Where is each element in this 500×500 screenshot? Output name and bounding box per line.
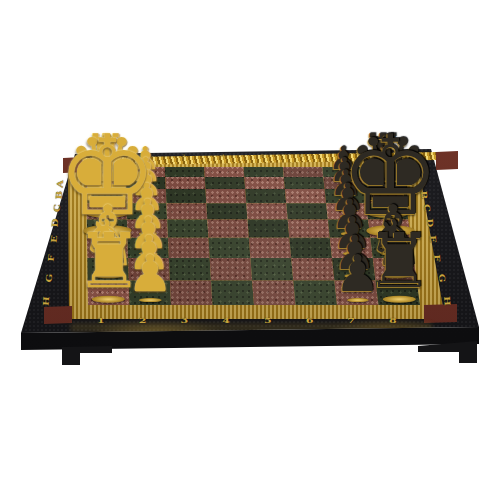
piece-gold-base: [381, 251, 405, 256]
white-rook: ♜: [84, 128, 128, 176]
black-knight-glyph: ♞: [363, 141, 406, 186]
white-pawn-glyph: ♟: [130, 153, 162, 186]
square-h3: [0, 0, 500, 500]
coord-letter-left-C: C: [53, 204, 62, 213]
coordinate-labels: ABCDEFGHABCDEFGH1234567812345678: [0, 0, 500, 500]
white-rook-glyph: ♜: [73, 224, 145, 299]
white-bishop-glyph: ♝: [85, 155, 128, 200]
square-h5: [0, 0, 500, 500]
square-b3: [0, 0, 500, 500]
square-e8: [0, 0, 500, 500]
playfield: [0, 0, 500, 500]
chess-set-photo: ABCDEFGHABCDEFGH1234567812345678 ♜♟♟♜♞♟♟…: [0, 0, 500, 500]
board-foot-right: [0, 0, 500, 500]
square-e2: [0, 0, 500, 500]
coord-letter-right-H: H: [442, 296, 451, 306]
square-e5: [0, 0, 500, 500]
black-rook-glyph: ♜: [360, 128, 404, 174]
square-g3: [0, 0, 500, 500]
black-king: ♚: [338, 121, 443, 236]
square-c1: [0, 0, 500, 500]
black-knight: ♞: [365, 212, 426, 279]
white-bishop: ♝: [81, 198, 134, 256]
board-slab-top: [0, 0, 500, 500]
square-f4: [0, 0, 500, 500]
white-rook-glyph: ♜: [84, 128, 128, 174]
piece-gold-base: [96, 184, 116, 188]
piece-gold-base: [95, 251, 119, 256]
coord-letter-right-F: F: [433, 254, 442, 262]
square-h8: [0, 0, 500, 500]
square-a1: [0, 0, 500, 500]
piece-gold-base: [94, 272, 122, 278]
white-bishop: ♝: [85, 155, 128, 202]
square-c8: [0, 0, 500, 500]
white-bishop-glyph: ♝: [81, 198, 134, 254]
piece-gold-base: [344, 274, 365, 278]
black-bishop: ♝: [366, 198, 419, 256]
square-c4: [0, 0, 500, 500]
square-c2: [0, 0, 500, 500]
coord-letter-right-E: E: [429, 235, 438, 243]
black-pawn: ♟: [329, 153, 361, 188]
coord-number-back-1: 1: [103, 154, 107, 158]
black-pawn: ♟: [330, 178, 366, 217]
piece-gold-base: [139, 173, 153, 176]
piece-gold-base: [92, 295, 125, 302]
white-knight-glyph: ♞: [78, 212, 139, 276]
board-slab-sheen: [0, 0, 500, 500]
piece-gold-base: [338, 198, 353, 201]
white-pawn: ♟: [130, 143, 160, 176]
black-bishop-glyph: ♝: [366, 198, 419, 254]
coord-number-back-5: 5: [260, 154, 264, 158]
piece-gold-base: [343, 252, 362, 256]
square-b6: [0, 0, 500, 500]
corner-block-back-right: [0, 0, 500, 500]
black-queen: ♛: [345, 123, 431, 217]
pieces: ♜♟♟♜♞♟♟♞♝♟♟♝♛♟♟♛♚♟♟♚♝♟♟♝♞♟♟♞♜♟♟♜: [0, 0, 500, 500]
square-c6: [0, 0, 500, 500]
white-king-glyph: ♚: [55, 121, 160, 231]
square-a4: [0, 0, 500, 500]
square-g7: [0, 0, 500, 500]
board-slab-speckle: [0, 0, 500, 500]
square-a3: [0, 0, 500, 500]
square-f5: [0, 0, 500, 500]
white-knight: ♞: [78, 212, 139, 279]
white-rook: ♜: [73, 224, 145, 302]
square-a2: [0, 0, 500, 500]
board-slab-front-face: [0, 0, 500, 500]
coord-letter-right-B: B: [419, 191, 428, 200]
square-d4: [0, 0, 500, 500]
square-f7: [0, 0, 500, 500]
square-d8: [0, 0, 500, 500]
black-pawn: ♟: [333, 250, 381, 303]
square-a7: [0, 0, 500, 500]
piece-gold-base: [139, 185, 154, 188]
coord-number-back-3: 3: [182, 154, 186, 158]
piece-gold-base: [139, 298, 161, 303]
white-pawn: ♟: [128, 211, 170, 256]
coord-letter-right-C: C: [422, 204, 431, 213]
corner-block-front-left: [0, 0, 500, 500]
piece-gold-base: [97, 197, 117, 201]
square-g8: [0, 0, 500, 500]
black-pieces-reflection: [330, 318, 442, 342]
corner-block-back-left: [0, 0, 500, 500]
corner-block-front-right: [0, 0, 500, 500]
square-c3: [0, 0, 500, 500]
square-c7: [0, 0, 500, 500]
white-knight-glyph: ♞: [85, 141, 128, 186]
square-e1: [0, 0, 500, 500]
piece-gold-base: [341, 232, 359, 236]
piece-gold-base: [139, 232, 157, 236]
black-rook: ♜: [360, 128, 404, 176]
gold-band-engraving: [0, 0, 500, 500]
white-pawn: ♟: [129, 178, 165, 217]
square-g6: [0, 0, 500, 500]
coord-number-back-7: 7: [339, 154, 343, 158]
square-g1: [0, 0, 500, 500]
square-g2: [0, 0, 500, 500]
black-queen-glyph: ♛: [345, 123, 431, 214]
black-pawn-glyph: ♟: [331, 211, 373, 255]
black-rook-glyph: ♜: [363, 224, 435, 299]
board-foot-left: [0, 0, 500, 500]
square-f1: [0, 0, 500, 500]
white-pawn-glyph: ♟: [128, 194, 167, 235]
piece-gold-base: [337, 185, 352, 188]
piece-gold-base: [372, 172, 392, 176]
square-b2: [0, 0, 500, 500]
square-a6: [0, 0, 500, 500]
coord-letter-left-E: E: [49, 235, 58, 243]
piece-gold-base: [139, 198, 154, 201]
square-b1: [0, 0, 500, 500]
white-pawn-glyph: ♟: [130, 165, 164, 200]
piece-gold-base: [368, 209, 408, 217]
square-d6: [0, 0, 500, 500]
piece-gold-base: [336, 173, 350, 176]
white-pawn-glyph: ♟: [126, 250, 174, 301]
black-pawn-glyph: ♟: [330, 178, 366, 216]
piece-gold-base: [376, 197, 396, 201]
white-pawn: ♟: [130, 153, 162, 188]
playfield-sheen: [0, 0, 500, 500]
white-pawn-glyph: ♟: [129, 178, 165, 216]
coord-letter-left-G: G: [44, 274, 53, 283]
black-knight-glyph: ♞: [365, 212, 426, 276]
black-pawn: ♟: [332, 229, 377, 278]
square-h1: [0, 0, 500, 500]
piece-gold-base: [139, 252, 158, 256]
square-d3: [0, 0, 500, 500]
square-g4: [0, 0, 500, 500]
coord-letter-left-A: A: [55, 180, 64, 188]
black-pawn: ♟: [329, 165, 363, 202]
square-e4: [0, 0, 500, 500]
square-h4: [0, 0, 500, 500]
square-f3: [0, 0, 500, 500]
black-pawn-glyph: ♟: [332, 229, 377, 276]
piece-gold-base: [339, 214, 356, 218]
piece-gold-base: [83, 225, 131, 235]
coord-letter-left-D: D: [51, 218, 60, 227]
square-a5: [0, 0, 500, 500]
gold-band-frame: [0, 0, 500, 500]
piece-gold-base: [139, 214, 156, 218]
square-d2: [0, 0, 500, 500]
square-b8: [0, 0, 500, 500]
piece-gold-base: [382, 272, 410, 278]
white-pawn: ♟: [130, 165, 164, 202]
black-rook: ♜: [363, 224, 435, 302]
black-pawn: ♟: [328, 143, 358, 176]
square-b4: [0, 0, 500, 500]
black-pawn-glyph: ♟: [333, 250, 381, 301]
square-f2: [0, 0, 500, 500]
gold-rope-rail-back: [0, 0, 500, 500]
coord-number-back-8: 8: [378, 154, 382, 158]
black-pawn: ♟: [331, 194, 370, 236]
piece-gold-base: [366, 225, 414, 235]
black-pawn: ♟: [331, 211, 373, 256]
white-pawn: ♟: [126, 250, 174, 303]
coord-number-back-4: 4: [221, 154, 225, 158]
white-pawn-glyph: ♟: [130, 143, 160, 174]
white-pawn: ♟: [127, 229, 172, 278]
square-e7: [0, 0, 500, 500]
white-pawn-glyph: ♟: [127, 229, 172, 276]
square-a8: [0, 0, 500, 500]
piece-gold-base: [87, 209, 127, 217]
square-h7: [0, 0, 500, 500]
black-knight: ♞: [363, 141, 406, 188]
piece-gold-base: [96, 172, 116, 176]
coord-number-back-2: 2: [143, 154, 147, 158]
black-pawn-glyph: ♟: [329, 153, 361, 186]
black-pawn-glyph: ♟: [331, 194, 370, 235]
square-d5: [0, 0, 500, 500]
square-g5: [0, 0, 500, 500]
square-b7: [0, 0, 500, 500]
coord-letter-right-D: D: [425, 218, 434, 227]
piece-gold-base: [382, 295, 415, 302]
square-c5: [0, 0, 500, 500]
coord-letter-left-B: B: [54, 191, 63, 200]
coord-number-back-6: 6: [299, 154, 303, 158]
white-pawn: ♟: [128, 194, 167, 236]
square-e3: [0, 0, 500, 500]
black-bishop-glyph: ♝: [364, 155, 407, 200]
white-king: ♚: [55, 121, 160, 236]
white-knight: ♞: [85, 141, 128, 188]
black-bishop: ♝: [364, 155, 407, 202]
black-pawn-glyph: ♟: [328, 143, 358, 174]
gold-pieces-reflection: [88, 320, 223, 346]
piece-gold-base: [139, 274, 160, 278]
square-f8: [0, 0, 500, 500]
black-pawn-glyph: ♟: [329, 165, 363, 200]
white-pawn-glyph: ♟: [128, 211, 170, 255]
square-d1: [0, 0, 500, 500]
black-king-glyph: ♚: [338, 121, 443, 231]
piece-gold-base: [346, 298, 368, 303]
piece-gold-base: [374, 184, 394, 188]
square-d7: [0, 0, 500, 500]
coord-letter-right-G: G: [437, 274, 446, 283]
square-h6: [0, 0, 500, 500]
coord-letter-left-F: F: [47, 254, 56, 262]
square-f6: [0, 0, 500, 500]
square-b5: [0, 0, 500, 500]
coord-letter-left-H: H: [42, 296, 51, 306]
square-e6: [0, 0, 500, 500]
square-h2: [0, 0, 500, 500]
coord-letter-right-A: A: [417, 180, 426, 188]
